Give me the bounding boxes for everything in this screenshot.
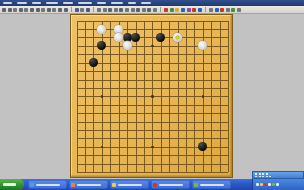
menu-item-9[interactable] — [141, 2, 151, 5]
toolbar-icon-29[interactable] — [164, 8, 168, 12]
language-bar-glyph — [259, 176, 261, 178]
language-bar[interactable] — [252, 171, 304, 179]
toolbar-icon-31[interactable] — [175, 8, 179, 12]
white-stone-G16[interactable]: ● — [123, 41, 132, 50]
toolbar-icon-32[interactable] — [181, 8, 185, 12]
black-stone-H17[interactable]: ● — [131, 33, 140, 42]
language-bar-glyph — [255, 176, 257, 178]
toolbar-icon-37[interactable] — [209, 8, 213, 12]
toolbar-icon-38[interactable] — [215, 8, 219, 12]
tray-icon-2[interactable] — [264, 183, 267, 186]
tray-icon-0[interactable] — [256, 183, 259, 186]
star-point — [151, 146, 154, 149]
stone-glyph: ● — [115, 33, 122, 42]
grid-line-h — [77, 105, 229, 106]
toolbar-icon-0[interactable] — [2, 8, 6, 12]
menu-item-0[interactable] — [3, 2, 12, 5]
toolbar-icon-35[interactable] — [198, 8, 202, 12]
toolbar-separator — [205, 7, 206, 12]
toolbar-icon-25[interactable] — [142, 8, 146, 12]
grid-line-h — [77, 172, 229, 173]
start-label-blob — [3, 183, 16, 186]
task-button-1[interactable] — [69, 180, 108, 189]
language-bar-glyph — [259, 173, 261, 175]
stone-glyph: ● — [124, 41, 131, 50]
toolbar-icon-18[interactable] — [103, 8, 107, 12]
stone-glyph: ● — [200, 41, 207, 50]
toolbar-icon-8[interactable] — [47, 8, 51, 12]
toolbar-separator — [71, 7, 72, 12]
toolbar-icon-42[interactable] — [237, 8, 241, 12]
toolbar-icon-11[interactable] — [64, 8, 68, 12]
language-bar-glyph — [255, 173, 257, 175]
toolbar-icon-14[interactable] — [80, 8, 84, 12]
grid-line-h — [77, 138, 229, 139]
grid-line-v — [194, 21, 195, 173]
toolbar-icon-6[interactable] — [36, 8, 40, 12]
toolbar-icon-5[interactable] — [30, 8, 34, 12]
grid-line-v — [186, 21, 187, 173]
stone-glyph: ● — [200, 142, 207, 151]
toolbar-separator — [160, 7, 161, 12]
language-bar-glyph — [266, 176, 268, 178]
task-button-icon — [30, 183, 34, 187]
tray-icon-4[interactable] — [272, 183, 275, 186]
stone-glyph: ● — [90, 58, 97, 67]
stone-glyph: ● — [99, 41, 106, 50]
stone-glyph: ● — [99, 25, 106, 34]
taskbar — [0, 179, 304, 190]
system-tray[interactable] — [252, 179, 304, 190]
black-stone-L17[interactable]: ● — [156, 33, 165, 42]
toolbar-icon-34[interactable] — [192, 8, 196, 12]
menu-item-3[interactable] — [46, 2, 58, 5]
black-stone-C14[interactable]: ● — [89, 58, 98, 67]
grid-line-v — [228, 21, 229, 173]
grid-line-h — [77, 130, 229, 131]
task-button-2[interactable] — [110, 180, 149, 189]
white-stone-F17[interactable]: ● — [114, 33, 123, 42]
toolbar-icon-1[interactable] — [8, 8, 12, 12]
grid-line-h — [77, 155, 229, 156]
toolbar-icon-2[interactable] — [13, 8, 17, 12]
toolbar-icon-24[interactable] — [136, 8, 140, 12]
toolbar-icon-26[interactable] — [147, 8, 151, 12]
grid-line-h — [77, 122, 229, 123]
toolbar-icon-4[interactable] — [24, 8, 28, 12]
star-point — [151, 45, 154, 48]
start-button[interactable] — [0, 179, 24, 190]
toolbar-icon-33[interactable] — [187, 8, 191, 12]
language-bar-row — [255, 173, 303, 175]
task-button-icon — [71, 183, 75, 187]
stone-glyph: ● — [132, 33, 139, 42]
toolbar-icon-39[interactable] — [220, 8, 224, 12]
toolbar-icon-7[interactable] — [41, 8, 45, 12]
grid-line-v — [169, 21, 170, 173]
toolbar-icon-15[interactable] — [86, 8, 90, 12]
language-bar-glyph — [266, 173, 268, 175]
tray-icon-3[interactable] — [268, 183, 271, 186]
grid-line-h — [77, 164, 229, 165]
menu-item-4[interactable] — [63, 2, 73, 5]
toolbar-separator — [93, 7, 94, 12]
white-stone-Q16[interactable]: ● — [198, 41, 207, 50]
task-button-label-blob — [159, 184, 183, 186]
grid-line-h — [77, 113, 229, 114]
toolbar-icon-22[interactable] — [125, 8, 129, 12]
toolbar-icon-3[interactable] — [19, 8, 23, 12]
toolbar-icon-17[interactable] — [97, 8, 101, 12]
menu-item-1[interactable] — [17, 2, 27, 5]
toolbar-icon-30[interactable] — [170, 8, 174, 12]
tray-icon-1[interactable] — [260, 183, 263, 186]
toolbar-icon-10[interactable] — [58, 8, 62, 12]
task-buttons — [28, 180, 231, 189]
toolbar-icon-13[interactable] — [75, 8, 79, 12]
toolbar-icon-41[interactable] — [231, 8, 235, 12]
toolbar-icon-19[interactable] — [108, 8, 112, 12]
star-point — [101, 95, 104, 98]
toolbar-icon-20[interactable] — [114, 8, 118, 12]
task-button-icon — [153, 183, 157, 187]
black-stone-D16[interactable]: ● — [97, 41, 106, 50]
application-window: ●●●●●●●●●●●● — [0, 0, 304, 190]
task-button-0[interactable] — [28, 180, 67, 189]
menu-item-6[interactable] — [97, 2, 106, 5]
tray-icon-5[interactable] — [276, 183, 279, 186]
task-button-4[interactable] — [192, 180, 231, 189]
black-stone-Q4[interactable]: ● — [198, 142, 207, 151]
toolbar-icon-27[interactable] — [153, 8, 157, 12]
star-point — [101, 146, 104, 149]
task-button-icon — [194, 183, 198, 187]
task-button-label-blob — [118, 184, 142, 186]
task-button-label-blob — [77, 184, 101, 186]
task-button-icon — [112, 183, 116, 187]
toolbar-icon-40[interactable] — [226, 8, 230, 12]
menu-item-2[interactable] — [32, 2, 41, 5]
grid-line-v — [161, 21, 162, 173]
task-button-3[interactable] — [151, 180, 190, 189]
stone-glyph: ● — [157, 33, 164, 42]
toolbar-icon-9[interactable] — [52, 8, 56, 12]
language-bar-glyph — [262, 173, 264, 175]
language-bar-glyph — [269, 176, 271, 178]
star-point — [202, 95, 205, 98]
task-button-label-blob — [36, 184, 60, 186]
grid-line-v — [178, 21, 179, 173]
go-board[interactable]: ●●●●●●●●●●●● — [70, 14, 233, 178]
language-bar-glyph — [262, 176, 264, 178]
grid-line-v — [220, 21, 221, 173]
toolbar — [0, 6, 304, 14]
white-stone-D18[interactable]: ● — [97, 25, 106, 34]
menu-item-7[interactable] — [111, 2, 123, 5]
menu-item-8[interactable] — [128, 2, 136, 5]
toolbar-icon-21[interactable] — [119, 8, 123, 12]
menu-item-5[interactable] — [78, 2, 92, 5]
grid-line-v — [211, 21, 212, 173]
star-point — [151, 95, 154, 98]
task-button-label-blob — [200, 184, 224, 186]
language-bar-row — [255, 176, 303, 178]
toolbar-icon-23[interactable] — [131, 8, 135, 12]
